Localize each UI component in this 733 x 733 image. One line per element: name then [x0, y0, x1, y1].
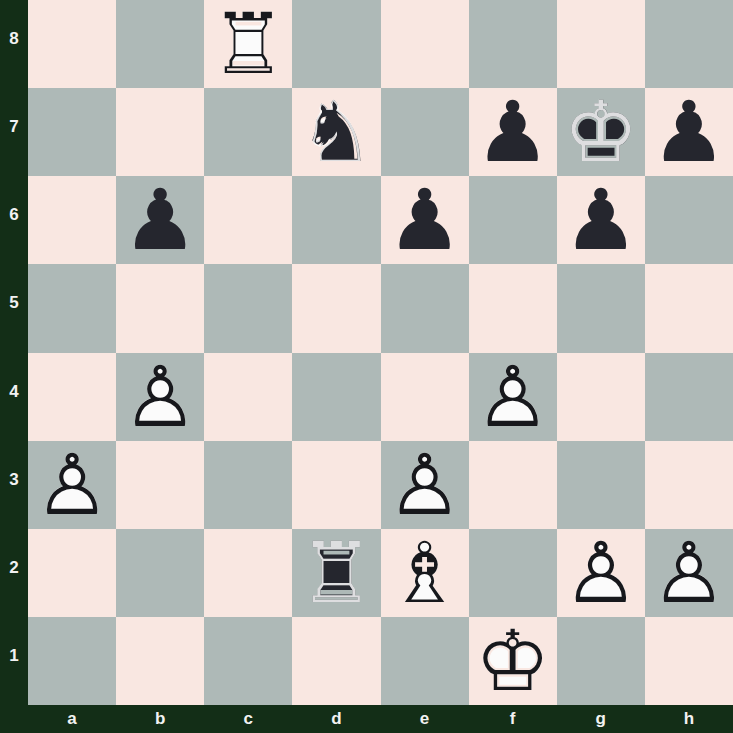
rank-label-2: 2	[0, 529, 28, 617]
piece-black-king[interactable]: ♚♔	[557, 88, 645, 176]
square-c8[interactable]: ♜♖	[204, 0, 292, 88]
square-d7[interactable]: ♞♘	[292, 88, 380, 176]
white-pawn-outline: ♙	[645, 529, 733, 617]
rank-label-5: 5	[0, 264, 28, 352]
square-f6[interactable]	[469, 176, 557, 264]
rank-labels: 87654321	[0, 0, 28, 705]
square-c5[interactable]	[204, 264, 292, 352]
file-label-a: a	[28, 705, 116, 733]
square-h8[interactable]	[645, 0, 733, 88]
square-g2[interactable]: ♟♙	[557, 529, 645, 617]
file-label-e: e	[381, 705, 469, 733]
square-e7[interactable]	[381, 88, 469, 176]
black-knight-highlight: ♘	[292, 88, 380, 176]
white-king-outline: ♔	[469, 617, 557, 705]
square-h7[interactable]: ♟	[645, 88, 733, 176]
rank-label-8: 8	[0, 0, 28, 88]
file-label-c: c	[204, 705, 292, 733]
white-pawn-outline: ♙	[557, 529, 645, 617]
square-c7[interactable]	[204, 88, 292, 176]
white-pawn-outline: ♙	[28, 441, 116, 529]
piece-black-pawn[interactable]: ♟	[645, 88, 733, 176]
square-c4[interactable]	[204, 353, 292, 441]
square-f2[interactable]	[469, 529, 557, 617]
rank-label-6: 6	[0, 176, 28, 264]
square-a4[interactable]	[28, 353, 116, 441]
piece-white-pawn[interactable]: ♟♙	[557, 529, 645, 617]
square-f1[interactable]: ♚♔	[469, 617, 557, 705]
file-label-g: g	[557, 705, 645, 733]
rank-label-7: 7	[0, 88, 28, 176]
square-g1[interactable]	[557, 617, 645, 705]
square-a7[interactable]	[28, 88, 116, 176]
piece-black-pawn[interactable]: ♟	[381, 176, 469, 264]
file-label-d: d	[292, 705, 380, 733]
white-pawn-outline: ♙	[116, 353, 204, 441]
rank-label-1: 1	[0, 617, 28, 705]
square-b8[interactable]	[116, 0, 204, 88]
piece-white-bishop[interactable]: ♝♗	[381, 529, 469, 617]
square-d8[interactable]	[292, 0, 380, 88]
square-b3[interactable]	[116, 441, 204, 529]
square-b2[interactable]	[116, 529, 204, 617]
square-g8[interactable]	[557, 0, 645, 88]
square-d3[interactable]	[292, 441, 380, 529]
square-h5[interactable]	[645, 264, 733, 352]
white-bishop-outline: ♗	[381, 529, 469, 617]
square-e5[interactable]	[381, 264, 469, 352]
square-b5[interactable]	[116, 264, 204, 352]
square-a6[interactable]	[28, 176, 116, 264]
piece-white-king[interactable]: ♚♔	[469, 617, 557, 705]
square-d4[interactable]	[292, 353, 380, 441]
piece-black-pawn[interactable]: ♟	[116, 176, 204, 264]
square-d2[interactable]: ♜♖	[292, 529, 380, 617]
square-a2[interactable]	[28, 529, 116, 617]
piece-white-rook[interactable]: ♜♖	[204, 0, 292, 88]
square-e6[interactable]: ♟	[381, 176, 469, 264]
square-g4[interactable]	[557, 353, 645, 441]
black-pawn-glyph: ♟	[645, 88, 733, 176]
piece-white-pawn[interactable]: ♟♙	[381, 441, 469, 529]
square-c1[interactable]	[204, 617, 292, 705]
black-pawn-glyph: ♟	[381, 176, 469, 264]
file-label-h: h	[645, 705, 733, 733]
square-h2[interactable]: ♟♙	[645, 529, 733, 617]
piece-white-pawn[interactable]: ♟♙	[116, 353, 204, 441]
square-h4[interactable]	[645, 353, 733, 441]
square-c6[interactable]	[204, 176, 292, 264]
rank-label-3: 3	[0, 441, 28, 529]
square-e2[interactable]: ♝♗	[381, 529, 469, 617]
rank-label-4: 4	[0, 353, 28, 441]
square-f8[interactable]	[469, 0, 557, 88]
square-d6[interactable]	[292, 176, 380, 264]
square-g3[interactable]	[557, 441, 645, 529]
square-e8[interactable]	[381, 0, 469, 88]
black-king-highlight: ♔	[557, 88, 645, 176]
square-a3[interactable]: ♟♙	[28, 441, 116, 529]
square-a8[interactable]	[28, 0, 116, 88]
piece-black-knight[interactable]: ♞♘	[292, 88, 380, 176]
square-a1[interactable]	[28, 617, 116, 705]
square-f3[interactable]	[469, 441, 557, 529]
square-e1[interactable]	[381, 617, 469, 705]
piece-white-pawn[interactable]: ♟♙	[28, 441, 116, 529]
file-labels: abcdefgh	[28, 705, 733, 733]
square-f7[interactable]: ♟	[469, 88, 557, 176]
square-a5[interactable]	[28, 264, 116, 352]
square-c2[interactable]	[204, 529, 292, 617]
piece-black-pawn[interactable]: ♟	[557, 176, 645, 264]
white-rook-outline: ♖	[204, 0, 292, 88]
square-h6[interactable]	[645, 176, 733, 264]
square-b1[interactable]	[116, 617, 204, 705]
piece-black-pawn[interactable]: ♟	[469, 88, 557, 176]
square-h3[interactable]	[645, 441, 733, 529]
chess-board[interactable]: ♜♖♞♘♟♚♔♟♟♟♟♟♙♟♙♟♙♟♙♜♖♝♗♟♙♟♙♚♔	[28, 0, 733, 705]
black-pawn-glyph: ♟	[469, 88, 557, 176]
square-b4[interactable]: ♟♙	[116, 353, 204, 441]
square-f4[interactable]: ♟♙	[469, 353, 557, 441]
black-pawn-glyph: ♟	[557, 176, 645, 264]
black-pawn-glyph: ♟	[116, 176, 204, 264]
square-h1[interactable]	[645, 617, 733, 705]
square-g7[interactable]: ♚♔	[557, 88, 645, 176]
black-rook-highlight: ♖	[292, 529, 380, 617]
square-g5[interactable]	[557, 264, 645, 352]
board-corner	[0, 705, 28, 733]
square-e4[interactable]	[381, 353, 469, 441]
square-c3[interactable]	[204, 441, 292, 529]
square-e3[interactable]: ♟♙	[381, 441, 469, 529]
chess-board-frame: 87654321 ♜♖♞♘♟♚♔♟♟♟♟♟♙♟♙♟♙♟♙♜♖♝♗♟♙♟♙♚♔ a…	[0, 0, 733, 733]
piece-white-pawn[interactable]: ♟♙	[645, 529, 733, 617]
square-g6[interactable]: ♟	[557, 176, 645, 264]
square-b7[interactable]	[116, 88, 204, 176]
white-pawn-outline: ♙	[469, 353, 557, 441]
white-pawn-outline: ♙	[381, 441, 469, 529]
piece-white-pawn[interactable]: ♟♙	[469, 353, 557, 441]
square-b6[interactable]: ♟	[116, 176, 204, 264]
file-label-b: b	[116, 705, 204, 733]
square-f5[interactable]	[469, 264, 557, 352]
square-d5[interactable]	[292, 264, 380, 352]
square-d1[interactable]	[292, 617, 380, 705]
piece-black-rook[interactable]: ♜♖	[292, 529, 380, 617]
